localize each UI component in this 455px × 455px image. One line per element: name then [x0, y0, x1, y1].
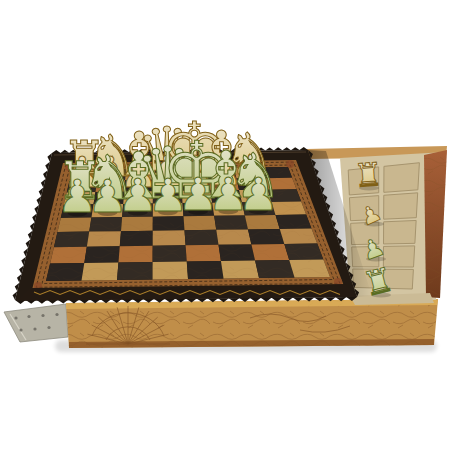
tray-slot-3[interactable]: [384, 193, 418, 219]
chess-scene: ♜♞♝♛♚♝♞♟♟♟♟♟♟♟♜♞♝♛♚♝♞♟♟♟♟♟♟♟♜♟♟♜: [0, 0, 455, 455]
chess-set-product-photo: ♜♞♝♛♚♝♞♟♟♟♟♟♟♟♜♞♝♛♚♝♞♟♟♟♟♟♟♟♜♟♟♜: [0, 0, 455, 455]
pieces: ♜♞♝♛♚♝♞♟♟♟♟♟♟♟♜♞♝♛♚♝♞♟♟♟♟♟♟♟: [56, 106, 282, 223]
piece-green-p-g5[interactable]: ♟: [238, 168, 279, 221]
tray-slot-1[interactable]: [384, 163, 420, 193]
metal-slide-bracket: [4, 304, 68, 342]
storage-box: [66, 299, 438, 348]
tray-slot-5[interactable]: [384, 220, 417, 244]
tray-piece-gold-rook[interactable]: ♜: [353, 155, 384, 195]
